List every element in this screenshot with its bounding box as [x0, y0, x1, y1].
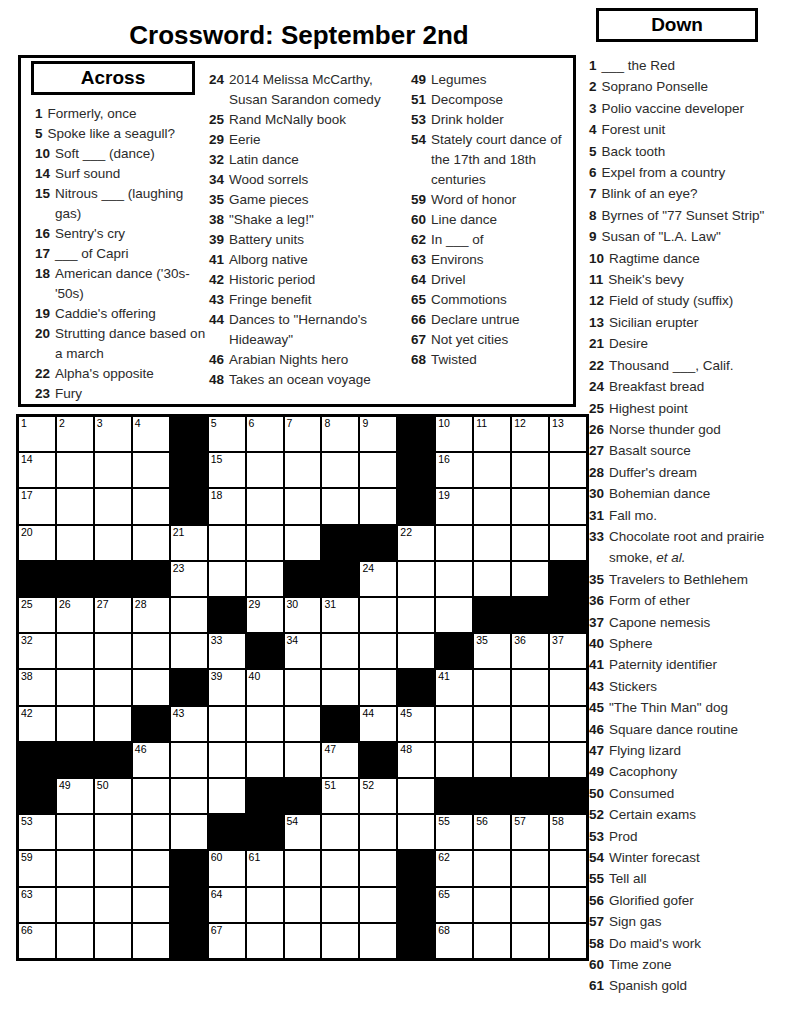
- across-clue-column-3: 49Legumes51Decompose53Drink holder54Stat…: [411, 70, 583, 370]
- clue: 14Surf sound: [35, 164, 211, 184]
- clue-number: 61: [589, 975, 604, 996]
- grid-cell[interactable]: [398, 815, 434, 849]
- grid-cell[interactable]: [285, 888, 321, 922]
- grid-cell[interactable]: [512, 851, 548, 885]
- grid-cell[interactable]: [247, 453, 283, 487]
- grid-cell[interactable]: 22: [398, 526, 434, 560]
- grid-cell[interactable]: [474, 707, 510, 741]
- clue: 6Expel from a country: [589, 162, 789, 183]
- grid-cell[interactable]: 7: [285, 417, 321, 451]
- grid-cell[interactable]: [360, 634, 396, 668]
- grid-cell[interactable]: 17: [19, 489, 55, 523]
- grid-cell[interactable]: [171, 634, 207, 668]
- grid-cell[interactable]: 38: [19, 670, 55, 704]
- grid-cell[interactable]: [550, 851, 586, 885]
- grid-cell[interactable]: [133, 634, 169, 668]
- clue-text: Formerly, once: [48, 104, 211, 124]
- clue-text: Polio vaccine developer: [602, 98, 789, 119]
- grid-cell[interactable]: [285, 743, 321, 777]
- grid-cell[interactable]: [474, 743, 510, 777]
- clue-text: Takes an ocean voyage: [229, 370, 385, 390]
- clue-text: Not yet cities: [431, 330, 583, 350]
- grid-cell[interactable]: 42: [19, 707, 55, 741]
- grid-cell[interactable]: [95, 815, 131, 849]
- grid-cell[interactable]: [512, 670, 548, 704]
- black-cell: [474, 598, 510, 632]
- clue-text: Decompose: [431, 90, 583, 110]
- grid-cell[interactable]: [322, 634, 358, 668]
- grid-cell[interactable]: 50: [95, 779, 131, 813]
- grid-cell[interactable]: 48: [398, 743, 434, 777]
- clue-text: Drink holder: [431, 110, 583, 130]
- grid-cell[interactable]: 15: [209, 453, 245, 487]
- grid-cell[interactable]: [474, 888, 510, 922]
- grid-cell[interactable]: 36: [512, 634, 548, 668]
- grid-cell[interactable]: [360, 489, 396, 523]
- grid-cell[interactable]: [247, 924, 283, 958]
- clue-number: 9: [589, 226, 597, 247]
- grid-cell[interactable]: [360, 888, 396, 922]
- clue-text: Sentry's cry: [55, 224, 211, 244]
- grid-cell[interactable]: [512, 888, 548, 922]
- grid-cell[interactable]: 26: [57, 598, 93, 632]
- clue: 5Back tooth: [589, 141, 789, 162]
- grid-cell[interactable]: [398, 634, 434, 668]
- grid-cell[interactable]: [285, 526, 321, 560]
- grid-cell[interactable]: 39: [209, 670, 245, 704]
- clue-number: 3: [589, 98, 597, 119]
- grid-cell[interactable]: [171, 743, 207, 777]
- grid-cell[interactable]: [322, 815, 358, 849]
- clue-text: Winter forecast: [609, 847, 789, 868]
- grid-cell[interactable]: [57, 707, 93, 741]
- clue-text: Dances to "Hernando's Hideaway": [229, 310, 385, 350]
- clue-text: "Shake a leg!": [229, 210, 385, 230]
- cell-number: 66: [21, 924, 33, 936]
- grid-cell[interactable]: 37: [550, 634, 586, 668]
- grid-cell[interactable]: [436, 707, 472, 741]
- clue-number: 52: [589, 804, 604, 825]
- grid-cell[interactable]: [550, 743, 586, 777]
- grid-cell[interactable]: 10: [436, 417, 472, 451]
- clue-text: Wood sorrels: [229, 170, 385, 190]
- grid-cell[interactable]: [247, 526, 283, 560]
- grid-cell[interactable]: [360, 453, 396, 487]
- clue-text: Strutting dance based on a march: [55, 324, 211, 364]
- clue: 52Certain exams: [589, 804, 789, 825]
- clue-text: Stickers: [609, 676, 789, 697]
- cell-number: 67: [211, 924, 223, 936]
- grid-cell[interactable]: 23: [171, 562, 207, 596]
- grid-cell[interactable]: 27: [95, 598, 131, 632]
- grid-cell[interactable]: 8: [322, 417, 358, 451]
- grid-cell[interactable]: [247, 743, 283, 777]
- clue-text: Travelers to Bethlehem: [609, 569, 789, 590]
- black-cell: [247, 779, 283, 813]
- black-cell: [398, 453, 434, 487]
- grid-cell[interactable]: [133, 851, 169, 885]
- grid-cell[interactable]: [398, 562, 434, 596]
- grid-cell[interactable]: [57, 924, 93, 958]
- grid-cell[interactable]: [322, 670, 358, 704]
- grid-cell[interactable]: 40: [247, 670, 283, 704]
- grid-cell[interactable]: 65: [436, 888, 472, 922]
- grid-cell[interactable]: [512, 489, 548, 523]
- grid-cell[interactable]: [474, 670, 510, 704]
- clue-number: 53: [411, 110, 426, 130]
- grid-cell[interactable]: 55: [436, 815, 472, 849]
- grid-cell[interactable]: 41: [436, 670, 472, 704]
- grid-cell[interactable]: [550, 924, 586, 958]
- grid-cell[interactable]: 44: [360, 707, 396, 741]
- grid-cell[interactable]: 31: [322, 598, 358, 632]
- grid-cell[interactable]: 64: [209, 888, 245, 922]
- grid-cell[interactable]: 13: [550, 417, 586, 451]
- grid-cell[interactable]: [474, 924, 510, 958]
- grid-cell[interactable]: 25: [19, 598, 55, 632]
- grid-cell[interactable]: 11: [474, 417, 510, 451]
- clue-text: Tell all: [609, 868, 789, 889]
- grid-cell[interactable]: 35: [474, 634, 510, 668]
- clue-number: 2: [589, 76, 597, 97]
- grid-cell[interactable]: [550, 707, 586, 741]
- clue-number: 39: [209, 230, 224, 250]
- grid-cell[interactable]: [285, 707, 321, 741]
- crossword-grid: 1234567891011121314151617181920212223242…: [16, 414, 589, 961]
- grid-cell[interactable]: [474, 526, 510, 560]
- cell-number: 59: [21, 851, 33, 863]
- black-cell: [247, 815, 283, 849]
- clue-text: Susan of "L.A. Law": [602, 226, 789, 247]
- grid-cell[interactable]: 34: [285, 634, 321, 668]
- grid-cell[interactable]: [95, 670, 131, 704]
- grid-cell[interactable]: 30: [285, 598, 321, 632]
- clue-number: 37: [589, 612, 604, 633]
- cell-number: 28: [135, 598, 147, 610]
- grid-cell[interactable]: [550, 526, 586, 560]
- clue-number: 23: [35, 384, 50, 404]
- clue-text: Alborg native: [229, 250, 385, 270]
- clue-number: 11: [589, 269, 603, 290]
- black-cell: [322, 562, 358, 596]
- grid-cell[interactable]: 20: [19, 526, 55, 560]
- grid-cell[interactable]: 1: [19, 417, 55, 451]
- cell-number: 32: [21, 634, 33, 646]
- grid-cell[interactable]: [512, 562, 548, 596]
- grid-cell[interactable]: 63: [19, 888, 55, 922]
- clue-text: Alpha's opposite: [55, 364, 211, 384]
- grid-cell[interactable]: [398, 779, 434, 813]
- grid-cell[interactable]: [285, 489, 321, 523]
- grid-cell[interactable]: [360, 815, 396, 849]
- clue-text: Sicilian erupter: [609, 312, 789, 333]
- grid-cell[interactable]: [133, 489, 169, 523]
- clue: 3Polio vaccine developer: [589, 98, 789, 119]
- clue: 64Drivel: [411, 270, 583, 290]
- grid-cell[interactable]: 62: [436, 851, 472, 885]
- cell-number: 36: [514, 634, 526, 646]
- cell-number: 49: [59, 779, 71, 791]
- cell-number: 40: [249, 670, 261, 682]
- grid-cell[interactable]: [322, 851, 358, 885]
- clue-text: Byrnes of "77 Sunset Strip": [602, 205, 789, 226]
- grid-cell[interactable]: [171, 598, 207, 632]
- grid-cell[interactable]: [474, 489, 510, 523]
- clue-number: 16: [35, 224, 50, 244]
- grid-cell[interactable]: 68: [436, 924, 472, 958]
- black-cell: [247, 634, 283, 668]
- grid-cell[interactable]: 19: [436, 489, 472, 523]
- grid-cell[interactable]: [436, 598, 472, 632]
- grid-cell[interactable]: [209, 707, 245, 741]
- grid-cell[interactable]: 43: [171, 707, 207, 741]
- grid-cell[interactable]: [322, 888, 358, 922]
- clue: 63Environs: [411, 250, 583, 270]
- grid-cell[interactable]: [436, 562, 472, 596]
- clue-text: "The Thin Man" dog: [609, 697, 789, 718]
- grid-cell[interactable]: [57, 634, 93, 668]
- cell-number: 14: [21, 453, 33, 465]
- grid-cell[interactable]: 60: [209, 851, 245, 885]
- grid-cell[interactable]: 32: [19, 634, 55, 668]
- clue: 54Stately court dance of the 17th and 18…: [411, 130, 583, 190]
- grid-cell[interactable]: [57, 453, 93, 487]
- black-cell: [171, 924, 207, 958]
- grid-cell[interactable]: [436, 743, 472, 777]
- clue-number: 49: [411, 70, 426, 90]
- grid-cell[interactable]: [57, 489, 93, 523]
- grid-cell[interactable]: 58: [550, 815, 586, 849]
- clue-number: 33: [589, 526, 604, 569]
- clue: 18American dance ('30s-'50s): [35, 264, 211, 304]
- grid-cell[interactable]: [550, 453, 586, 487]
- grid-cell[interactable]: [360, 598, 396, 632]
- grid-cell[interactable]: [512, 453, 548, 487]
- grid-cell[interactable]: 9: [360, 417, 396, 451]
- clue: 1___ the Red: [589, 55, 789, 76]
- black-cell: [57, 562, 93, 596]
- clue-text: Blink of an eye?: [602, 183, 789, 204]
- clue-text: Duffer's dream: [609, 462, 789, 483]
- black-cell: [512, 779, 548, 813]
- clue-number: 27: [589, 440, 604, 461]
- grid-cell[interactable]: [95, 634, 131, 668]
- grid-cell[interactable]: [436, 526, 472, 560]
- grid-cell[interactable]: 52: [360, 779, 396, 813]
- grid-cell[interactable]: [247, 489, 283, 523]
- grid-cell[interactable]: [57, 815, 93, 849]
- clue-number: 44: [209, 310, 224, 350]
- grid-cell[interactable]: [512, 924, 548, 958]
- cell-number: 51: [324, 779, 336, 791]
- grid-cell[interactable]: 46: [133, 743, 169, 777]
- grid-cell[interactable]: 14: [19, 453, 55, 487]
- clue-number: 56: [589, 890, 604, 911]
- cell-number: 53: [21, 815, 33, 827]
- grid-cell[interactable]: [133, 888, 169, 922]
- clue-number: 62: [411, 230, 426, 250]
- grid-cell[interactable]: [285, 453, 321, 487]
- grid-cell[interactable]: 61: [247, 851, 283, 885]
- grid-cell[interactable]: [474, 453, 510, 487]
- clue: 13Sicilian erupter: [589, 312, 789, 333]
- grid-cell[interactable]: [171, 815, 207, 849]
- grid-cell[interactable]: [398, 598, 434, 632]
- grid-cell[interactable]: 45: [398, 707, 434, 741]
- clue-text: Highest point: [609, 398, 789, 419]
- clue: 21Desire: [589, 333, 789, 354]
- grid-cell[interactable]: [57, 526, 93, 560]
- grid-cell[interactable]: 29: [247, 598, 283, 632]
- grid-cell[interactable]: [550, 888, 586, 922]
- cell-number: 25: [21, 598, 33, 610]
- grid-cell[interactable]: [95, 707, 131, 741]
- grid-cell[interactable]: 5: [209, 417, 245, 451]
- clue-number: 4: [589, 119, 597, 140]
- grid-cell[interactable]: [247, 888, 283, 922]
- grid-cell[interactable]: 33: [209, 634, 245, 668]
- cell-number: 57: [514, 815, 526, 827]
- grid-cell[interactable]: [57, 851, 93, 885]
- grid-cell[interactable]: [209, 562, 245, 596]
- cell-number: 9: [362, 417, 368, 429]
- clue-text: Square dance routine: [609, 719, 789, 740]
- clue-number: 49: [589, 761, 604, 782]
- grid-cell[interactable]: 54: [285, 815, 321, 849]
- clue: 7Blink of an eye?: [589, 183, 789, 204]
- clue-number: 35: [209, 190, 224, 210]
- clue: 22Thousand ___, Calif.: [589, 355, 789, 376]
- grid-cell[interactable]: [209, 779, 245, 813]
- grid-cell[interactable]: [360, 670, 396, 704]
- grid-cell[interactable]: [322, 453, 358, 487]
- cell-number: 24: [362, 562, 374, 574]
- grid-cell[interactable]: [95, 924, 131, 958]
- cell-number: 58: [552, 815, 564, 827]
- grid-cell[interactable]: 16: [436, 453, 472, 487]
- clue: 15Nitrous ___ (laughing gas): [35, 184, 211, 224]
- clue: 53Prod: [589, 826, 789, 847]
- grid-cell[interactable]: [95, 453, 131, 487]
- grid-cell[interactable]: [512, 526, 548, 560]
- clue-number: 53: [589, 826, 604, 847]
- clue-number: 10: [589, 248, 604, 269]
- clue-text: ___ the Red: [602, 55, 789, 76]
- grid-cell[interactable]: [171, 779, 207, 813]
- grid-cell[interactable]: [57, 888, 93, 922]
- grid-cell[interactable]: [247, 707, 283, 741]
- clue-number: 35: [589, 569, 604, 590]
- cell-number: 34: [287, 634, 299, 646]
- clue: 23Fury: [35, 384, 211, 404]
- grid-cell[interactable]: [550, 670, 586, 704]
- grid-cell[interactable]: 3: [95, 417, 131, 451]
- grid-cell[interactable]: 6: [247, 417, 283, 451]
- clue: 42Historic period: [209, 270, 385, 290]
- grid-cell[interactable]: [133, 815, 169, 849]
- grid-cell[interactable]: 59: [19, 851, 55, 885]
- grid-cell[interactable]: [322, 489, 358, 523]
- clue-text: American dance ('30s-'50s): [55, 264, 211, 304]
- grid-cell[interactable]: 53: [19, 815, 55, 849]
- grid-cell[interactable]: [474, 562, 510, 596]
- grid-cell[interactable]: 47: [322, 743, 358, 777]
- grid-cell[interactable]: [209, 743, 245, 777]
- grid-cell[interactable]: [360, 924, 396, 958]
- grid-cell[interactable]: [95, 526, 131, 560]
- grid-cell[interactable]: [133, 453, 169, 487]
- clue-number: 25: [589, 398, 604, 419]
- clue: 28Duffer's dream: [589, 462, 789, 483]
- grid-cell[interactable]: [57, 670, 93, 704]
- grid-cell[interactable]: 51: [322, 779, 358, 813]
- clue: 25Highest point: [589, 398, 789, 419]
- grid-cell[interactable]: [95, 888, 131, 922]
- grid-cell[interactable]: [360, 851, 396, 885]
- grid-cell[interactable]: 28: [133, 598, 169, 632]
- clue-number: 54: [411, 130, 426, 190]
- grid-cell[interactable]: [512, 707, 548, 741]
- grid-cell[interactable]: [474, 851, 510, 885]
- clue: 45"The Thin Man" dog: [589, 697, 789, 718]
- grid-cell[interactable]: [95, 851, 131, 885]
- grid-cell[interactable]: 66: [19, 924, 55, 958]
- cell-number: 50: [97, 779, 109, 791]
- clue-text: Spanish gold: [609, 975, 789, 996]
- grid-cell[interactable]: [550, 489, 586, 523]
- cell-number: 62: [438, 851, 450, 863]
- grid-cell[interactable]: [209, 526, 245, 560]
- grid-cell[interactable]: 57: [512, 815, 548, 849]
- grid-cell[interactable]: [285, 670, 321, 704]
- clue: 20Strutting dance based on a march: [35, 324, 211, 364]
- clue-text: Prod: [609, 826, 789, 847]
- clue: 17___ of Capri: [35, 244, 211, 264]
- grid-cell[interactable]: 12: [512, 417, 548, 451]
- grid-cell[interactable]: [322, 924, 358, 958]
- clue-number: 18: [35, 264, 50, 304]
- cell-number: 20: [21, 526, 33, 538]
- grid-cell[interactable]: [247, 562, 283, 596]
- grid-cell[interactable]: [133, 779, 169, 813]
- clue-number: 22: [35, 364, 50, 384]
- clue-text: Historic period: [229, 270, 385, 290]
- clue: 34Wood sorrels: [209, 170, 385, 190]
- clue: 59Word of honor: [411, 190, 583, 210]
- grid-cell[interactable]: 2: [57, 417, 93, 451]
- grid-cell[interactable]: [285, 851, 321, 885]
- grid-cell[interactable]: [133, 924, 169, 958]
- clue: 65Commotions: [411, 290, 583, 310]
- grid-cell[interactable]: [512, 743, 548, 777]
- grid-cell[interactable]: 4: [133, 417, 169, 451]
- grid-cell[interactable]: 24: [360, 562, 396, 596]
- grid-cell[interactable]: 18: [209, 489, 245, 523]
- clue-number: 64: [411, 270, 426, 290]
- grid-cell[interactable]: 67: [209, 924, 245, 958]
- grid-cell[interactable]: [133, 526, 169, 560]
- grid-cell[interactable]: 56: [474, 815, 510, 849]
- grid-cell[interactable]: [133, 670, 169, 704]
- grid-cell[interactable]: 21: [171, 526, 207, 560]
- black-cell: [133, 707, 169, 741]
- black-cell: [19, 779, 55, 813]
- clue-text: Fringe benefit: [229, 290, 385, 310]
- grid-cell[interactable]: 49: [57, 779, 93, 813]
- clue: 60Time zone: [589, 954, 789, 975]
- grid-cell[interactable]: [95, 489, 131, 523]
- grid-cell[interactable]: [285, 924, 321, 958]
